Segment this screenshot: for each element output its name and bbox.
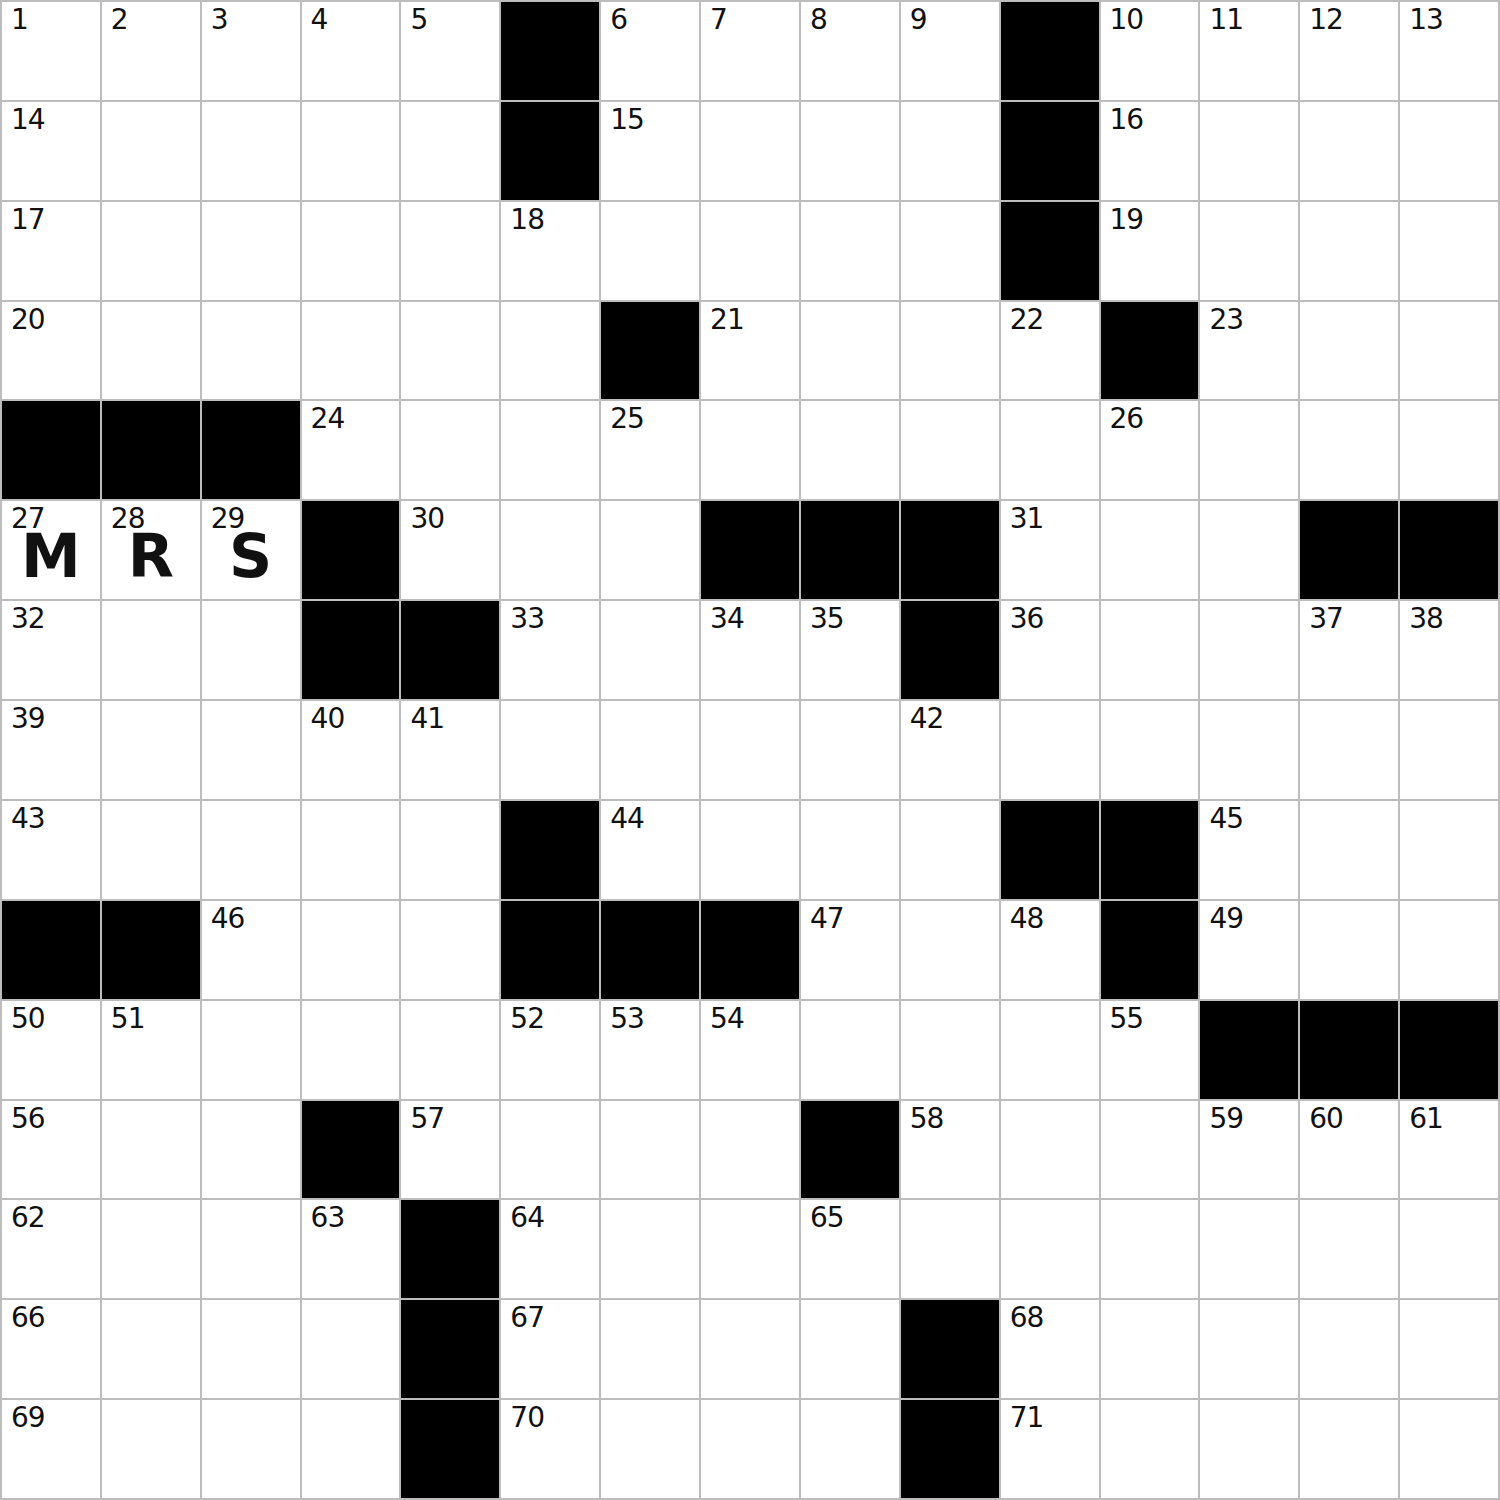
clue-number: 62 [11,1204,45,1232]
cell[interactable]: 48 [1001,901,1099,999]
cell[interactable] [1200,701,1298,799]
cell[interactable] [1400,1300,1498,1398]
cell[interactable]: 31 [1001,501,1099,599]
cell[interactable]: 7 [701,2,799,100]
cell[interactable]: 21 [701,302,799,400]
clue-number: 21 [710,306,744,334]
black-cell [901,1300,999,1398]
cell[interactable]: 66 [2,1300,100,1398]
cell[interactable] [701,1400,799,1498]
clue-number: 69 [11,1404,45,1432]
cell[interactable] [202,202,300,300]
cell[interactable]: 40 [302,701,400,799]
cell[interactable] [701,1200,799,1298]
cell[interactable]: 20 [2,302,100,400]
cell[interactable] [1300,1200,1398,1298]
black-cell [1300,1001,1398,1099]
cell[interactable] [1400,302,1498,400]
black-cell [801,501,899,599]
clue-number: 67 [510,1304,544,1332]
cell[interactable] [1101,501,1199,599]
black-cell [1001,202,1099,300]
cell[interactable] [1101,601,1199,699]
cell[interactable]: 60 [1300,1101,1398,1199]
cell[interactable] [801,102,899,200]
clue-number: 20 [11,306,45,334]
cell[interactable] [701,1300,799,1398]
cell[interactable]: 19 [1101,202,1199,300]
black-cell [801,1101,899,1199]
cell[interactable] [1200,501,1298,599]
cell[interactable] [1300,202,1398,300]
clue-number: 19 [1110,206,1144,234]
clue-number: 42 [910,705,944,733]
cell[interactable]: 44 [601,801,699,899]
cell[interactable]: 13 [1400,2,1498,100]
clue-number: 18 [510,206,544,234]
cell[interactable] [1001,701,1099,799]
cell[interactable]: 10 [1101,2,1199,100]
cell[interactable]: 33 [501,601,599,699]
cell[interactable] [601,501,699,599]
cell[interactable] [1001,401,1099,499]
cell[interactable] [102,801,200,899]
clue-number: 34 [710,605,744,633]
clue-number: 14 [11,106,45,134]
cell[interactable] [1400,701,1498,799]
black-cell [401,1400,499,1498]
cell[interactable] [1400,1200,1498,1298]
cell[interactable] [801,801,899,899]
cell[interactable] [601,1300,699,1398]
black-cell [202,401,300,499]
cell[interactable]: 36 [1001,601,1099,699]
cell[interactable] [302,1300,400,1398]
cell[interactable]: 63 [302,1200,400,1298]
clue-number: 7 [710,6,727,34]
black-cell [1001,102,1099,200]
black-cell [601,901,699,999]
cell[interactable] [102,1300,200,1398]
black-cell [501,901,599,999]
cell[interactable]: 18 [501,202,599,300]
clue-number: 65 [810,1204,844,1232]
cell[interactable]: 23 [1200,302,1298,400]
cell[interactable]: 70 [501,1400,599,1498]
cell[interactable] [1300,1300,1398,1398]
cell[interactable]: 1 [2,2,100,100]
cell[interactable]: 14 [2,102,100,200]
cell[interactable]: 30 [401,501,499,599]
cell[interactable] [901,801,999,899]
cell[interactable] [202,302,300,400]
cell[interactable] [302,801,400,899]
cell-letter: R [102,501,200,599]
cell[interactable]: 56 [2,1101,100,1199]
cell[interactable] [202,1001,300,1099]
cell[interactable]: 3 [202,2,300,100]
clue-number: 61 [1409,1105,1443,1133]
black-cell [1101,302,1199,400]
cell[interactable] [1200,1300,1298,1398]
clue-number: 31 [1010,505,1044,533]
clue-number: 35 [810,605,844,633]
cell[interactable] [302,901,400,999]
black-cell [1001,801,1099,899]
black-cell [1001,2,1099,100]
cell[interactable] [601,701,699,799]
cell[interactable] [701,401,799,499]
black-cell [401,601,499,699]
cell[interactable] [601,1200,699,1298]
black-cell [1101,801,1199,899]
black-cell [2,401,100,499]
clue-number: 16 [1110,106,1144,134]
cell[interactable] [701,701,799,799]
cell[interactable] [801,1400,899,1498]
black-cell [601,302,699,400]
cell[interactable]: 41 [401,701,499,799]
clue-number: 22 [1010,306,1044,334]
clue-number: 45 [1209,805,1243,833]
cell[interactable]: 28R [102,501,200,599]
cell[interactable] [501,501,599,599]
black-cell [501,2,599,100]
cell[interactable] [901,302,999,400]
cell[interactable] [601,1400,699,1498]
clue-number: 51 [111,1005,145,1033]
cell[interactable] [1200,102,1298,200]
clue-number: 66 [11,1304,45,1332]
clue-number: 58 [910,1105,944,1133]
black-cell [1300,501,1398,599]
black-cell [1101,901,1199,999]
cell[interactable]: 49 [1200,901,1298,999]
cell[interactable] [1300,1400,1398,1498]
cell[interactable]: 46 [202,901,300,999]
cell[interactable]: 15 [601,102,699,200]
cell[interactable] [102,1400,200,1498]
cell[interactable]: 51 [102,1001,200,1099]
clue-number: 48 [1010,905,1044,933]
cell[interactable] [202,801,300,899]
cell[interactable] [202,102,300,200]
cell[interactable] [701,801,799,899]
cell[interactable] [501,401,599,499]
clue-number: 25 [610,405,644,433]
cell[interactable] [401,102,499,200]
clue-number: 38 [1409,605,1443,633]
clue-number: 70 [510,1404,544,1432]
cell[interactable]: 12 [1300,2,1398,100]
cell[interactable] [1001,1001,1099,1099]
cell[interactable] [801,202,899,300]
cell[interactable]: 61 [1400,1101,1498,1199]
cell[interactable]: 71 [1001,1400,1099,1498]
cell[interactable] [302,1400,400,1498]
clue-number: 15 [610,106,644,134]
cell[interactable] [202,1300,300,1398]
cell[interactable] [102,302,200,400]
cell[interactable] [401,401,499,499]
cell[interactable] [401,302,499,400]
cell[interactable]: 52 [501,1001,599,1099]
cell[interactable]: 9 [901,2,999,100]
cell[interactable] [1200,1200,1298,1298]
clue-number: 36 [1010,605,1044,633]
cell[interactable] [302,202,400,300]
cell[interactable] [102,1200,200,1298]
cell[interactable] [1400,401,1498,499]
cell[interactable] [1400,1400,1498,1498]
black-cell [901,1400,999,1498]
cell[interactable]: 2 [102,2,200,100]
cell[interactable]: 45 [1200,801,1298,899]
black-cell [302,601,400,699]
cell[interactable]: 32 [2,601,100,699]
black-cell [302,501,400,599]
cell[interactable] [501,701,599,799]
clue-number: 1 [11,6,28,34]
cell[interactable] [202,701,300,799]
black-cell [1400,1001,1498,1099]
clue-number: 43 [11,805,45,833]
cell[interactable] [501,1101,599,1199]
cell[interactable] [901,202,999,300]
cell[interactable] [801,701,899,799]
cell[interactable]: 8 [801,2,899,100]
clue-number: 55 [1110,1005,1144,1033]
cell[interactable]: 6 [601,2,699,100]
cell[interactable] [801,302,899,400]
cell[interactable] [302,102,400,200]
cell[interactable] [102,102,200,200]
black-cell [1400,501,1498,599]
clue-number: 41 [410,705,444,733]
cell[interactable]: 64 [501,1200,599,1298]
cell-letter: S [202,501,300,599]
cell[interactable] [901,901,999,999]
cell[interactable]: 53 [601,1001,699,1099]
clue-number: 10 [1110,6,1144,34]
crossword-board: 1234567891011121314151617181920212223242… [0,0,1500,1500]
cell[interactable] [102,601,200,699]
cell[interactable]: 11 [1200,2,1298,100]
cell[interactable]: 67 [501,1300,599,1398]
clue-number: 57 [410,1105,444,1133]
cell[interactable] [1200,601,1298,699]
cell[interactable]: 29S [202,501,300,599]
cell[interactable] [302,1001,400,1099]
clue-number: 33 [510,605,544,633]
clue-number: 52 [510,1005,544,1033]
cell[interactable] [1300,401,1398,499]
cell[interactable] [401,901,499,999]
clue-number: 12 [1309,6,1343,34]
cell[interactable]: 50 [2,1001,100,1099]
clue-number: 24 [311,405,345,433]
cell[interactable] [1300,102,1398,200]
cell[interactable] [1001,1200,1099,1298]
cell[interactable] [1400,901,1498,999]
cell[interactable] [401,1001,499,1099]
cell[interactable]: 35 [801,601,899,699]
black-cell [701,501,799,599]
cell[interactable]: 26 [1101,401,1199,499]
cell[interactable] [1200,202,1298,300]
black-cell [1200,1001,1298,1099]
black-cell [901,501,999,599]
cell[interactable] [1101,1300,1199,1398]
cell[interactable] [601,202,699,300]
cell[interactable] [1300,801,1398,899]
clue-number: 32 [11,605,45,633]
black-cell [302,1101,400,1199]
cell[interactable] [102,1101,200,1199]
cell[interactable]: 17 [2,202,100,300]
cell[interactable] [901,1200,999,1298]
cell[interactable]: 62 [2,1200,100,1298]
clue-number: 44 [610,805,644,833]
cell[interactable] [102,202,200,300]
cell[interactable]: 42 [901,701,999,799]
cell[interactable] [1300,901,1398,999]
cell[interactable]: 43 [2,801,100,899]
cell[interactable] [601,601,699,699]
cell[interactable] [1400,102,1498,200]
cell[interactable]: 5 [401,2,499,100]
cell[interactable] [601,1101,699,1199]
clue-number: 9 [910,6,927,34]
cell[interactable]: 59 [1200,1101,1298,1199]
clue-number: 63 [311,1204,345,1232]
black-cell [901,601,999,699]
clue-number: 5 [410,6,427,34]
cell[interactable] [901,401,999,499]
cell-letter: M [2,501,100,599]
cell[interactable] [1101,1400,1199,1498]
black-cell [501,102,599,200]
clue-number: 4 [311,6,328,34]
clue-number: 68 [1010,1304,1044,1332]
cell[interactable]: 47 [801,901,899,999]
cell[interactable] [202,601,300,699]
cell[interactable]: 69 [2,1400,100,1498]
cell[interactable] [801,1001,899,1099]
cell[interactable] [501,302,599,400]
cell[interactable]: 65 [801,1200,899,1298]
black-cell [102,401,200,499]
cell[interactable]: 22 [1001,302,1099,400]
black-cell [401,1200,499,1298]
cell[interactable] [202,1200,300,1298]
cell[interactable] [701,202,799,300]
cell[interactable]: 57 [401,1101,499,1199]
cell[interactable] [302,302,400,400]
cell[interactable]: 27M [2,501,100,599]
clue-number: 49 [1209,905,1243,933]
cell[interactable] [202,1400,300,1498]
clue-number: 56 [11,1105,45,1133]
cell[interactable] [801,401,899,499]
cell[interactable] [1200,401,1298,499]
clue-number: 37 [1309,605,1343,633]
black-cell [2,901,100,999]
cell[interactable]: 54 [701,1001,799,1099]
black-cell [501,801,599,899]
cell[interactable] [1300,701,1398,799]
cell[interactable]: 4 [302,2,400,100]
cell[interactable] [401,202,499,300]
black-cell [701,901,799,999]
cell[interactable]: 34 [701,601,799,699]
clue-number: 71 [1010,1404,1044,1432]
cell[interactable] [701,102,799,200]
cell[interactable] [1101,701,1199,799]
clue-number: 30 [410,505,444,533]
cell[interactable] [1400,801,1498,899]
clue-number: 8 [810,6,827,34]
clue-number: 11 [1209,6,1243,34]
clue-number: 3 [211,6,228,34]
cell[interactable] [1101,1200,1199,1298]
cell[interactable]: 55 [1101,1001,1199,1099]
cell[interactable]: 37 [1300,601,1398,699]
clue-number: 39 [11,705,45,733]
clue-number: 54 [710,1005,744,1033]
cell[interactable] [102,701,200,799]
cell[interactable] [701,1101,799,1199]
cell[interactable] [1001,1101,1099,1199]
clue-number: 50 [11,1005,45,1033]
cell[interactable] [1400,202,1498,300]
clue-number: 2 [111,6,128,34]
clue-number: 47 [810,905,844,933]
clue-number: 13 [1409,6,1443,34]
cell[interactable]: 38 [1400,601,1498,699]
black-cell [102,901,200,999]
cell[interactable]: 24 [302,401,400,499]
black-cell [401,1300,499,1398]
clue-number: 60 [1309,1105,1343,1133]
clue-number: 26 [1110,405,1144,433]
cell[interactable]: 16 [1101,102,1199,200]
clue-number: 46 [211,905,245,933]
clue-number: 23 [1209,306,1243,334]
cell[interactable] [401,801,499,899]
cell[interactable] [1101,1101,1199,1199]
clue-number: 64 [510,1204,544,1232]
clue-number: 17 [11,206,45,234]
cell[interactable] [901,1001,999,1099]
cell[interactable]: 58 [901,1101,999,1199]
cell[interactable] [1300,302,1398,400]
cell[interactable] [202,1101,300,1199]
cell[interactable] [1200,1400,1298,1498]
clue-number: 59 [1209,1105,1243,1133]
clue-number: 53 [610,1005,644,1033]
cell[interactable] [801,1300,899,1398]
cell[interactable]: 39 [2,701,100,799]
clue-number: 40 [311,705,345,733]
clue-number: 6 [610,6,627,34]
cell[interactable]: 68 [1001,1300,1099,1398]
cell[interactable] [901,102,999,200]
cell[interactable]: 25 [601,401,699,499]
